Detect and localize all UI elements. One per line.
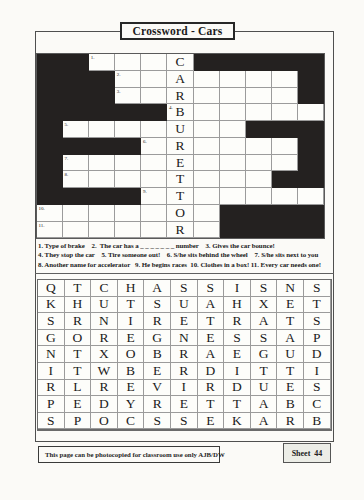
crossword-cell[interactable] [115, 171, 141, 188]
clue-line-3: 8. Another name for accelerator 9. He be… [38, 260, 333, 269]
crossword-cell[interactable] [246, 138, 272, 155]
crossword-cell[interactable] [89, 155, 115, 172]
crossword-cell[interactable] [63, 222, 89, 239]
crossword-cell[interactable] [220, 155, 246, 172]
wordsearch-cell[interactable]: T [304, 297, 331, 314]
crossword-cell[interactable]: 2. [115, 71, 141, 88]
wordsearch-cell[interactable]: B [304, 413, 331, 430]
sheet-number-badge: Sheet 44 [283, 443, 331, 463]
crossword-cell[interactable] [89, 171, 115, 188]
crossword-cell[interactable] [115, 155, 141, 172]
page-title-box: Crossword - Cars [120, 22, 235, 40]
crossword-letter: R [176, 139, 185, 153]
wordsearch-cell[interactable]: E [65, 396, 92, 413]
crossword-cell[interactable] [272, 104, 298, 121]
wordsearch-cell[interactable]: A [198, 346, 225, 363]
crossword-cell[interactable]: 8. [63, 171, 89, 188]
wordsearch-cell[interactable]: K [224, 413, 251, 430]
wordsearch-cell[interactable]: C [118, 413, 145, 430]
wordsearch-cell[interactable]: A [277, 330, 304, 347]
wordsearch-cell[interactable]: A [251, 413, 278, 430]
crossword-black-cell [298, 71, 324, 88]
crossword-cell[interactable] [141, 54, 167, 71]
crossword-cell[interactable]: R [167, 88, 193, 105]
wordsearch-cell[interactable]: S [144, 413, 171, 430]
wordsearch-cell[interactable]: E [198, 413, 225, 430]
crossword-cell[interactable]: T [167, 188, 193, 205]
wordsearch-cell[interactable]: A [251, 396, 278, 413]
crossword-cell[interactable]: T [167, 171, 193, 188]
clue-number: 6. [143, 139, 147, 144]
wordsearch-cell[interactable]: P [304, 330, 331, 347]
crossword-cell[interactable] [115, 222, 141, 239]
wordsearch-cell[interactable]: R [277, 413, 304, 430]
clue-number: 4. [169, 105, 173, 110]
crossword-letter: O [175, 206, 185, 220]
crossword-black-cell [272, 171, 298, 188]
sheet-number-label: Sheet 44 [292, 449, 323, 458]
wordsearch-cell[interactable]: O [118, 346, 145, 363]
crossword-cell[interactable] [220, 138, 246, 155]
crossword-black-cell [298, 121, 324, 138]
crossword-black-cell [89, 71, 115, 88]
wordsearch-cell[interactable]: E [277, 380, 304, 397]
crossword-cell[interactable] [194, 138, 220, 155]
wordsearch-cell[interactable]: P [38, 396, 65, 413]
clue-number: 5. [65, 122, 69, 127]
crossword-letter: B [176, 105, 185, 119]
wordsearch-cell[interactable]: T [65, 363, 92, 380]
crossword-cell[interactable]: R [167, 138, 193, 155]
wordsearch-cell[interactable]: S [198, 280, 225, 297]
wordsearch-cell[interactable]: G [144, 330, 171, 347]
crossword-cell[interactable] [246, 155, 272, 172]
wordsearch-cell[interactable]: V [144, 380, 171, 397]
wordsearch-cell[interactable]: S [304, 380, 331, 397]
crossword-cell[interactable] [272, 138, 298, 155]
crossword-black-cell [298, 88, 324, 105]
crossword-letter: R [176, 89, 185, 103]
wordsearch-cell[interactable]: K [38, 297, 65, 314]
wordsearch-cell[interactable]: E [277, 297, 304, 314]
wordsearch-cell[interactable]: I [224, 280, 251, 297]
crossword-black-cell [37, 138, 63, 155]
crossword-black-cell [272, 205, 298, 222]
crossword-letter: A [175, 72, 185, 86]
horizontal-divider [35, 273, 334, 274]
crossword-cell[interactable] [298, 188, 324, 205]
crossword-cell[interactable] [194, 171, 220, 188]
wordsearch-cell[interactable]: N [38, 346, 65, 363]
crossword-cell[interactable] [194, 88, 220, 105]
crossword-cell[interactable]: R [167, 222, 193, 239]
wordsearch-cell[interactable]: S [224, 330, 251, 347]
crossword-cell[interactable]: E [167, 155, 193, 172]
wordsearch-cell[interactable]: S [304, 313, 331, 330]
wordsearch-cell[interactable]: T [65, 280, 92, 297]
wordsearch-cell[interactable]: S [171, 280, 198, 297]
wordsearch-cell[interactable]: I [171, 380, 198, 397]
wordsearch-cell[interactable]: R [224, 313, 251, 330]
wordsearch-cell[interactable]: O [65, 330, 92, 347]
wordsearch-cell[interactable]: G [38, 330, 65, 347]
wordsearch-cell[interactable]: R [91, 330, 118, 347]
crossword-black-cell [37, 54, 63, 71]
wordsearch-cell[interactable]: Q [38, 280, 65, 297]
crossword-letter: E [176, 156, 184, 170]
crossword-black-cell [89, 104, 115, 121]
crossword-black-cell [89, 88, 115, 105]
wordsearch-cell[interactable]: I [118, 313, 145, 330]
wordsearch-cell[interactable]: A [144, 280, 171, 297]
wordsearch-cell[interactable]: S [38, 413, 65, 430]
clue-number: 10. [39, 206, 45, 211]
wordsearch-cell[interactable]: C [304, 396, 331, 413]
wordsearch-cell[interactable]: R [171, 346, 198, 363]
crossword-black-cell [115, 138, 141, 155]
crossword-black-cell [298, 138, 324, 155]
wordsearch-cell[interactable]: B [277, 396, 304, 413]
page-title: Crossword - Cars [133, 25, 223, 37]
clue-line-1: 1. Type of brake 2. The car has a _ _ _ … [38, 241, 333, 250]
wordsearch-cell[interactable]: E [224, 346, 251, 363]
wordsearch-cell[interactable]: X [251, 297, 278, 314]
crossword-cell[interactable] [220, 88, 246, 105]
crossword-cell[interactable] [272, 188, 298, 205]
wordsearch-cell[interactable]: S [251, 330, 278, 347]
crossword-black-cell [63, 54, 89, 71]
crossword-black-cell [115, 188, 141, 205]
crossword-cell[interactable] [115, 121, 141, 138]
crossword-cell[interactable] [115, 54, 141, 71]
crossword-black-cell [220, 222, 246, 239]
wordsearch-cell[interactable]: T [277, 363, 304, 380]
crossword-black-cell [37, 188, 63, 205]
crossword-cell[interactable] [194, 71, 220, 88]
wordsearch-cell[interactable]: E [118, 380, 145, 397]
wordsearch-cell[interactable]: R [198, 380, 225, 397]
clue-number: 7. [65, 156, 69, 161]
clue-line-2: 4. They stop the car 5. Tire someone out… [38, 250, 333, 259]
crossword-cell[interactable] [246, 171, 272, 188]
crossword-cell[interactable] [220, 104, 246, 121]
wordsearch-cell[interactable]: L [65, 380, 92, 397]
crossword-cell[interactable] [141, 71, 167, 88]
wordsearch-cell[interactable]: U [91, 297, 118, 314]
crossword-cell[interactable] [194, 205, 220, 222]
crossword-black-cell [194, 54, 220, 71]
crossword-cell[interactable] [115, 205, 141, 222]
wordsearch-cell[interactable]: C [91, 280, 118, 297]
wordsearch-cell[interactable]: Y [118, 396, 145, 413]
wordsearch-cell[interactable]: D [198, 363, 225, 380]
wordsearch-cell[interactable]: E [144, 363, 171, 380]
word-search-grid: QTCHASSISNSKHUTSUAHXETSRNIRETRATSGOREGNE… [37, 279, 332, 431]
crossword-cell[interactable] [63, 205, 89, 222]
wordsearch-cell[interactable]: B [144, 346, 171, 363]
crossword-black-cell [246, 205, 272, 222]
crossword-black-cell [63, 188, 89, 205]
crossword-cell[interactable] [194, 155, 220, 172]
clue-number: 2. [117, 72, 121, 77]
wordsearch-cell[interactable]: T [277, 313, 304, 330]
crossword-black-cell [37, 88, 63, 105]
crossword-black-cell [115, 104, 141, 121]
crossword-black-cell [37, 104, 63, 121]
wordsearch-cell[interactable]: N [171, 330, 198, 347]
crossword-cell[interactable] [141, 205, 167, 222]
wordsearch-cell[interactable]: E [171, 396, 198, 413]
crossword-cell[interactable]: O [167, 205, 193, 222]
crossword-cell[interactable]: 1. [89, 54, 115, 71]
copyright-notice-box: This page can be photocopied for classro… [38, 446, 220, 463]
wordsearch-cell[interactable]: T [224, 396, 251, 413]
wordsearch-cell[interactable]: D [304, 346, 331, 363]
clue-list: 1. Type of brake 2. The car has a _ _ _ … [38, 241, 333, 269]
crossword-cell[interactable] [220, 121, 246, 138]
wordsearch-cell[interactable]: S [304, 280, 331, 297]
crossword-cell[interactable]: 4.B [167, 104, 193, 121]
crossword-cell[interactable] [272, 155, 298, 172]
crossword-black-cell [298, 171, 324, 188]
crossword-black-cell [89, 138, 115, 155]
wordsearch-cell[interactable]: I [224, 363, 251, 380]
wordsearch-cell[interactable]: H [65, 297, 92, 314]
crossword-cell[interactable] [194, 222, 220, 239]
crossword-cell[interactable]: 11. [37, 222, 63, 239]
crossword-letter: R [176, 223, 185, 237]
crossword-black-cell [246, 54, 272, 71]
wordsearch-cell[interactable]: E [118, 330, 145, 347]
wordsearch-cell[interactable]: S [38, 313, 65, 330]
wordsearch-cell[interactable]: O [91, 413, 118, 430]
crossword-letter: U [175, 122, 185, 136]
wordsearch-cell[interactable]: T [65, 346, 92, 363]
crossword-black-cell [63, 88, 89, 105]
crossword-cell[interactable]: 7. [63, 155, 89, 172]
crossword-black-cell [246, 121, 272, 138]
crossword-black-cell [141, 104, 167, 121]
wordsearch-cell[interactable]: R [65, 313, 92, 330]
copyright-notice: This page can be photocopied for classro… [45, 451, 225, 458]
wordsearch-cell[interactable]: E [198, 330, 225, 347]
wordsearch-cell[interactable]: I [304, 363, 331, 380]
crossword-black-cell [272, 222, 298, 239]
wordsearch-cell[interactable]: R [144, 313, 171, 330]
crossword-cell[interactable] [141, 171, 167, 188]
crossword-cell[interactable] [220, 171, 246, 188]
wordsearch-cell[interactable]: U [171, 297, 198, 314]
crossword-black-cell [89, 188, 115, 205]
wordsearch-cell[interactable]: B [118, 363, 145, 380]
clue-number: 9. [143, 189, 147, 194]
clue-number: 11. [39, 223, 45, 228]
crossword-cell[interactable] [246, 71, 272, 88]
crossword-letter: C [176, 55, 185, 69]
crossword-black-cell [37, 71, 63, 88]
wordsearch-cell[interactable]: H [118, 280, 145, 297]
crossword-black-cell [298, 222, 324, 239]
clue-number: 8. [65, 172, 69, 177]
wordsearch-cell[interactable]: D [91, 396, 118, 413]
crossword-cell[interactable] [89, 205, 115, 222]
crossword-black-cell [298, 54, 324, 71]
crossword-cell[interactable]: 6. [141, 138, 167, 155]
crossword-black-cell [220, 205, 246, 222]
crossword-cell[interactable] [141, 155, 167, 172]
crossword-cell[interactable] [194, 104, 220, 121]
crossword-cell[interactable] [89, 121, 115, 138]
crossword-black-cell [37, 121, 63, 138]
wordsearch-cell[interactable]: S [251, 280, 278, 297]
wordsearch-cell[interactable]: A [251, 313, 278, 330]
wordsearch-cell[interactable]: N [277, 280, 304, 297]
wordsearch-cell[interactable]: E [171, 313, 198, 330]
wordsearch-cell[interactable]: T [251, 363, 278, 380]
crossword-cell[interactable]: U [167, 121, 193, 138]
crossword-cell[interactable]: A [167, 71, 193, 88]
crossword-cell[interactable] [141, 222, 167, 239]
wordsearch-cell[interactable]: R [144, 396, 171, 413]
wordsearch-cell[interactable]: R [171, 363, 198, 380]
wordsearch-cell[interactable]: N [91, 313, 118, 330]
wordsearch-cell[interactable]: D [224, 380, 251, 397]
crossword-black-cell [220, 54, 246, 71]
crossword-cell[interactable] [272, 71, 298, 88]
crossword-black-cell [272, 54, 298, 71]
crossword-cell[interactable]: 9. [141, 188, 167, 205]
crossword-black-cell [37, 155, 63, 172]
crossword-cell[interactable] [272, 88, 298, 105]
crossword-cell[interactable]: 3. [115, 88, 141, 105]
crossword-cell[interactable]: 5. [63, 121, 89, 138]
crossword-black-cell [246, 222, 272, 239]
crossword-black-cell [63, 104, 89, 121]
crossword-black-cell [63, 71, 89, 88]
crossword-black-cell [298, 205, 324, 222]
crossword-letter: T [176, 172, 184, 186]
wordsearch-cell[interactable]: S [171, 413, 198, 430]
crossword-cell[interactable] [246, 104, 272, 121]
crossword-cell[interactable] [220, 71, 246, 88]
wordsearch-cell[interactable]: T [118, 297, 145, 314]
crossword-cell[interactable] [141, 121, 167, 138]
wordsearch-cell[interactable]: U [251, 380, 278, 397]
wordsearch-cell[interactable]: R [91, 380, 118, 397]
wordsearch-cell[interactable]: P [65, 413, 92, 430]
crossword-cell[interactable] [194, 121, 220, 138]
wordsearch-cell[interactable]: I [38, 363, 65, 380]
crossword-cell[interactable]: 10. [37, 205, 63, 222]
crossword-black-cell [272, 121, 298, 138]
wordsearch-cell[interactable]: T [198, 396, 225, 413]
crossword-grid: 1.C2.A3.R4.B5.U6.R7.E8.T9.T10.O11.R [36, 53, 325, 239]
wordsearch-cell[interactable]: A [198, 297, 225, 314]
crossword-cell[interactable] [298, 104, 324, 121]
wordsearch-cell[interactable]: S [144, 297, 171, 314]
wordsearch-cell[interactable]: R [38, 380, 65, 397]
crossword-black-cell [63, 138, 89, 155]
crossword-cell[interactable]: C [167, 54, 193, 71]
crossword-black-cell [37, 171, 63, 188]
crossword-cell[interactable] [89, 222, 115, 239]
wordsearch-cell[interactable]: G [251, 346, 278, 363]
wordsearch-cell[interactable]: U [277, 346, 304, 363]
clue-number: 1. [91, 55, 95, 60]
clue-number: 3. [117, 89, 121, 94]
wordsearch-cell[interactable]: W [91, 363, 118, 380]
crossword-cell[interactable] [194, 188, 220, 205]
crossword-cell[interactable] [141, 88, 167, 105]
wordsearch-cell[interactable]: T [198, 313, 225, 330]
wordsearch-cell[interactable]: X [91, 346, 118, 363]
crossword-black-cell [298, 155, 324, 172]
crossword-cell[interactable] [220, 188, 246, 205]
crossword-letter: T [176, 189, 184, 203]
crossword-cell[interactable] [246, 88, 272, 105]
crossword-cell[interactable] [246, 188, 272, 205]
wordsearch-cell[interactable]: H [224, 297, 251, 314]
